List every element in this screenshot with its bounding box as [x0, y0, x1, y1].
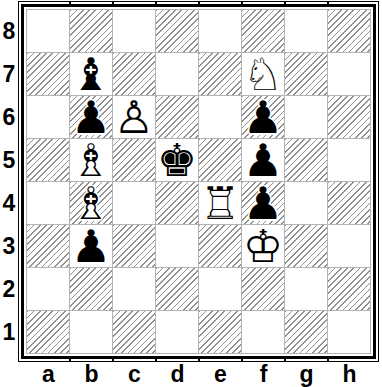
square-f1: [242, 311, 285, 354]
rank-label-1: 1: [0, 311, 18, 354]
white-bishop-fill: ♝: [70, 182, 112, 224]
square-e6: [199, 96, 242, 139]
square-f4: ♟: [242, 182, 285, 225]
board: ♝♞♘♟♟♙♟♝♗♚♟♝♗♜♖♟♟♚♔: [26, 9, 371, 354]
chess-diagram: 87654321 ♝♞♘♟♟♙♟♝♗♚♟♝♗♜♖♟♟♚♔ abcdefgh: [0, 0, 382, 387]
square-g2: [285, 268, 328, 311]
white-pawn-fill: ♟: [113, 96, 155, 138]
square-d2: [156, 268, 199, 311]
square-g8: [285, 10, 328, 53]
black-pawn-b6: ♟: [70, 96, 112, 138]
square-d4: [156, 182, 199, 225]
black-pawn-f6: ♟: [242, 96, 284, 138]
white-bishop-fill: ♝: [70, 139, 112, 181]
square-b5: ♝♗: [70, 139, 113, 182]
square-a2: [27, 268, 70, 311]
rank-label-7: 7: [0, 53, 18, 96]
frame-tick: [241, 1, 243, 7]
square-c5: [113, 139, 156, 182]
square-g7: [285, 53, 328, 96]
square-d8: [156, 10, 199, 53]
square-f2: [242, 268, 285, 311]
rank-label-3: 3: [0, 225, 18, 268]
square-b4: ♝♗: [70, 182, 113, 225]
white-knight-f7: ♘: [242, 53, 284, 95]
square-c8: [113, 10, 156, 53]
square-b8: [70, 10, 113, 53]
square-a7: [27, 53, 70, 96]
square-a1: [27, 311, 70, 354]
frame-tick: [112, 1, 114, 7]
square-h6: [328, 96, 371, 139]
square-b7: ♝: [70, 53, 113, 96]
square-e5: [199, 139, 242, 182]
square-h7: [328, 53, 371, 96]
square-c3: [113, 225, 156, 268]
rank-label-6: 6: [0, 96, 18, 139]
rank-label-4: 4: [0, 182, 18, 225]
white-king-f3: ♔: [242, 225, 284, 267]
square-h4: [328, 182, 371, 225]
square-b3: ♟: [70, 225, 113, 268]
file-label-a: a: [27, 362, 70, 386]
white-bishop-b4: ♗: [70, 182, 112, 224]
frame-tick: [69, 1, 71, 7]
square-f6: ♟: [242, 96, 285, 139]
square-d6: [156, 96, 199, 139]
square-a4: [27, 182, 70, 225]
file-label-b: b: [70, 362, 113, 386]
black-pawn-f5: ♟: [242, 139, 284, 181]
file-label-c: c: [113, 362, 156, 386]
square-c2: [113, 268, 156, 311]
frame-tick: [327, 1, 329, 7]
square-e8: [199, 10, 242, 53]
black-king-d5: ♚: [156, 139, 198, 181]
square-c6: ♟♙: [113, 96, 156, 139]
white-pawn-c6: ♙: [113, 96, 155, 138]
square-a5: [27, 139, 70, 182]
white-knight-fill: ♞: [242, 53, 284, 95]
rank-label-5: 5: [0, 139, 18, 182]
black-pawn-b3: ♟: [70, 225, 112, 267]
square-c4: [113, 182, 156, 225]
square-e7: [199, 53, 242, 96]
square-g3: [285, 225, 328, 268]
square-e1: [199, 311, 242, 354]
square-g4: [285, 182, 328, 225]
square-a3: [27, 225, 70, 268]
file-label-d: d: [156, 362, 199, 386]
square-h1: [328, 311, 371, 354]
square-h5: [328, 139, 371, 182]
square-f7: ♞♘: [242, 53, 285, 96]
square-d1: [156, 311, 199, 354]
file-label-f: f: [242, 362, 285, 386]
frame-tick: [198, 1, 200, 7]
square-e4: ♜♖: [199, 182, 242, 225]
square-g5: [285, 139, 328, 182]
black-bishop-b7: ♝: [70, 53, 112, 95]
white-rook-fill: ♜: [199, 182, 241, 224]
square-h8: [328, 10, 371, 53]
square-d3: [156, 225, 199, 268]
white-king-fill: ♚: [242, 225, 284, 267]
square-c7: [113, 53, 156, 96]
frame-tick: [284, 1, 286, 7]
square-g1: [285, 311, 328, 354]
square-h2: [328, 268, 371, 311]
square-g6: [285, 96, 328, 139]
square-d5: ♚: [156, 139, 199, 182]
black-pawn-f4: ♟: [242, 182, 284, 224]
file-label-e: e: [199, 362, 242, 386]
square-h3: [328, 225, 371, 268]
board-inner-frame: ♝♞♘♟♟♙♟♝♗♚♟♝♗♜♖♟♟♚♔: [21, 4, 376, 359]
white-rook-e4: ♖: [199, 182, 241, 224]
square-a8: [27, 10, 70, 53]
square-f5: ♟: [242, 139, 285, 182]
square-e2: [199, 268, 242, 311]
square-f3: ♚♔: [242, 225, 285, 268]
board-frame: ♝♞♘♟♟♙♟♝♗♚♟♝♗♜♖♟♟♚♔: [18, 1, 379, 362]
rank-label-2: 2: [0, 268, 18, 311]
frame-tick: [155, 1, 157, 7]
rank-label-8: 8: [0, 10, 18, 53]
file-label-g: g: [285, 362, 328, 386]
square-c1: [113, 311, 156, 354]
file-label-h: h: [328, 362, 371, 386]
square-d7: [156, 53, 199, 96]
square-e3: [199, 225, 242, 268]
square-a6: [27, 96, 70, 139]
square-b1: [70, 311, 113, 354]
white-bishop-b5: ♗: [70, 139, 112, 181]
square-b6: ♟: [70, 96, 113, 139]
square-b2: [70, 268, 113, 311]
square-f8: [242, 10, 285, 53]
